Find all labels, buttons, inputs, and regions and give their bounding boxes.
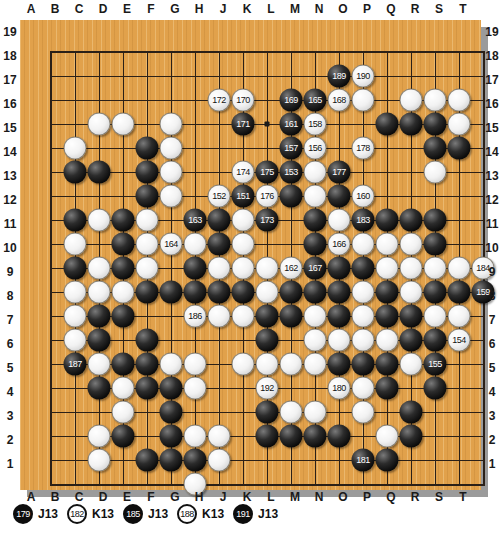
col-label-top-L: L: [267, 2, 274, 16]
stone-white-O18: 190: [352, 65, 375, 88]
move-number: 189: [332, 72, 346, 81]
stone-black-R16: [424, 113, 447, 136]
stone-white-M6: [304, 353, 327, 376]
caption-point-label: J13: [38, 507, 58, 521]
move-number: 177: [332, 168, 346, 177]
stone-white-S7: 154: [448, 329, 471, 352]
move-number: 174: [236, 168, 250, 177]
stone-white-K9: [256, 281, 279, 304]
stone-black-G12: 163: [184, 209, 207, 232]
stone-white-J12: [232, 209, 255, 232]
stone-white-P10: [376, 257, 399, 280]
stone-black-O6: [352, 353, 375, 376]
stone-black-L17: 169: [280, 89, 303, 112]
row-label-left-14: 14: [3, 145, 16, 159]
stone-white-B11: [64, 233, 87, 256]
col-label-bottom-M: M: [290, 490, 300, 504]
stone-black-O12: 183: [352, 209, 375, 232]
ko-moves-caption: 179J13182K13185J13188K13191J13: [13, 502, 278, 526]
stone-black-P2: [376, 449, 399, 472]
stone-white-H10: [208, 257, 231, 280]
row-label-left-9: 9: [7, 265, 14, 279]
stone-black-C14: [88, 161, 111, 184]
stone-black-H12: [208, 209, 231, 232]
move-number: 158: [308, 120, 322, 129]
stone-white-K5: 192: [256, 377, 279, 400]
col-label-bottom-Q: Q: [386, 490, 395, 504]
stone-white-O7: [352, 329, 375, 352]
move-number: 170: [236, 96, 250, 105]
stone-black-H11: [208, 233, 231, 256]
stone-white-N7: [328, 329, 351, 352]
move-number: 173: [260, 216, 274, 225]
stone-white-B8: [64, 305, 87, 328]
stone-black-E14: [136, 161, 159, 184]
caption-stone-white-188: 188: [177, 504, 197, 524]
stone-black-L15: 157: [280, 137, 303, 160]
caption-entry-191: 191J13: [233, 504, 278, 524]
caption-point-label: J13: [148, 507, 168, 521]
stone-white-J10: [232, 257, 255, 280]
stone-black-R15: [424, 137, 447, 160]
move-number: 163: [188, 216, 202, 225]
stone-white-D9: [112, 281, 135, 304]
stone-white-N17: 168: [328, 89, 351, 112]
move-number: 162: [284, 264, 298, 273]
stone-black-F5: [160, 377, 183, 400]
stone-white-K6: [256, 353, 279, 376]
row-label-right-6: 6: [489, 337, 496, 351]
row-label-left-19: 19: [3, 25, 16, 39]
stone-black-R9: [424, 281, 447, 304]
move-number: 190: [356, 72, 370, 81]
col-label-top-J: J: [220, 2, 227, 16]
stone-white-P11: [376, 233, 399, 256]
stone-black-F4: [160, 401, 183, 424]
col-label-top-E: E: [123, 2, 131, 16]
stone-black-D10: [112, 257, 135, 280]
stone-white-H13: 152: [208, 185, 231, 208]
move-number: 164: [164, 240, 178, 249]
board-grid: 1891901721701691651681711611581571561781…: [51, 52, 484, 485]
stone-white-K10: [256, 257, 279, 280]
stone-white-R8: [424, 305, 447, 328]
stone-black-Q4: [400, 401, 423, 424]
stone-white-F16: [160, 113, 183, 136]
row-label-right-8: 8: [489, 289, 496, 303]
stone-black-P12: [376, 209, 399, 232]
stone-black-O2: 181: [352, 449, 375, 472]
move-number: 183: [356, 216, 370, 225]
move-number: 187: [68, 360, 82, 369]
row-label-right-3: 3: [489, 409, 496, 423]
row-label-left-4: 4: [7, 385, 14, 399]
row-label-left-6: 6: [7, 337, 14, 351]
caption-stone-black-179: 179: [13, 504, 33, 524]
stone-white-J14: 174: [232, 161, 255, 184]
move-number: 154: [452, 336, 466, 345]
stone-black-N9: [328, 281, 351, 304]
col-label-bottom-O: O: [338, 490, 347, 504]
stone-white-P3: [376, 425, 399, 448]
stone-black-B10: [64, 257, 87, 280]
stone-black-P6: [376, 353, 399, 376]
stone-white-S8: [448, 305, 471, 328]
stone-white-Q10: [400, 257, 423, 280]
stone-white-B15: [64, 137, 87, 160]
stone-black-C8: [88, 305, 111, 328]
move-number: 161: [284, 120, 298, 129]
stone-white-C3: [88, 425, 111, 448]
stone-black-G9: [184, 281, 207, 304]
stone-black-L14: 153: [280, 161, 303, 184]
stone-white-Q9: [400, 281, 423, 304]
stone-white-F13: [160, 185, 183, 208]
stone-white-B9: [64, 281, 87, 304]
stone-black-Q16: [400, 113, 423, 136]
move-number: 157: [284, 144, 298, 153]
stone-black-L3: [280, 425, 303, 448]
row-label-left-15: 15: [3, 121, 16, 135]
stone-black-R7: [424, 329, 447, 352]
stone-white-F11: 164: [160, 233, 183, 256]
stone-black-K4: [256, 401, 279, 424]
stone-black-Q7: [400, 329, 423, 352]
col-label-top-N: N: [315, 2, 324, 16]
stone-white-B7: [64, 329, 87, 352]
stone-black-G2: [184, 449, 207, 472]
stone-black-R5: [424, 377, 447, 400]
stone-white-E11: [136, 233, 159, 256]
row-label-left-5: 5: [7, 361, 14, 375]
stone-black-M12: [304, 209, 327, 232]
row-label-left-17: 17: [3, 73, 16, 87]
stone-black-D8: [112, 305, 135, 328]
stone-white-R17: [424, 89, 447, 112]
stone-white-C2: [88, 449, 111, 472]
stone-white-N12: [328, 209, 351, 232]
stone-white-H17: 172: [208, 89, 231, 112]
row-label-left-18: 18: [3, 49, 16, 63]
move-number: 167: [308, 264, 322, 273]
stone-white-C9: [88, 281, 111, 304]
stone-black-N14: 177: [328, 161, 351, 184]
row-label-right-7: 7: [489, 313, 496, 327]
row-label-right-13: 13: [485, 169, 498, 183]
stone-white-R14: [424, 161, 447, 184]
row-label-right-4: 4: [489, 385, 496, 399]
col-label-top-F: F: [147, 2, 154, 16]
stone-black-S15: [448, 137, 471, 160]
stone-black-C5: [88, 377, 111, 400]
caption-entry-185: 185J13: [123, 504, 168, 524]
col-label-top-M: M: [290, 2, 300, 16]
stone-white-L6: [280, 353, 303, 376]
col-label-top-B: B: [51, 2, 60, 16]
stone-black-N8: [328, 305, 351, 328]
stone-white-M8: [304, 305, 327, 328]
stone-white-F15: [160, 137, 183, 160]
stone-black-L13: [280, 185, 303, 208]
stone-black-B6: 187: [64, 353, 87, 376]
caption-stone-black-185: 185: [123, 504, 143, 524]
stone-white-M16: 158: [304, 113, 327, 136]
stone-black-K3: [256, 425, 279, 448]
col-label-top-K: K: [243, 2, 252, 16]
stone-white-J6: [232, 353, 255, 376]
row-label-right-19: 19: [485, 25, 498, 39]
stone-black-N3: [328, 425, 351, 448]
row-label-left-3: 3: [7, 409, 14, 423]
stone-white-F14: [160, 161, 183, 184]
stone-white-O4: [352, 401, 375, 424]
stone-black-R11: [424, 233, 447, 256]
row-label-right-12: 12: [485, 193, 498, 207]
stone-white-O13: 160: [352, 185, 375, 208]
stone-white-F6: [160, 353, 183, 376]
row-label-left-16: 16: [3, 97, 16, 111]
stone-black-E6: [136, 353, 159, 376]
move-number: 172: [212, 96, 226, 105]
stone-white-J8: [232, 305, 255, 328]
col-label-bottom-R: R: [411, 490, 420, 504]
move-number: 175: [260, 168, 274, 177]
stone-black-M10: 167: [304, 257, 327, 280]
stone-white-D5: [112, 377, 135, 400]
col-label-bottom-S: S: [435, 490, 443, 504]
row-label-left-11: 11: [4, 217, 17, 231]
row-label-right-18: 18: [485, 49, 498, 63]
row-label-right-16: 16: [485, 97, 498, 111]
stone-white-Q6: [400, 353, 423, 376]
stone-black-S9: [448, 281, 471, 304]
caption-entry-188: 188K13: [177, 504, 224, 524]
move-number: 176: [260, 192, 274, 201]
stone-black-F9: [160, 281, 183, 304]
stone-black-C7: [88, 329, 111, 352]
stone-white-M14: [304, 161, 327, 184]
stone-black-G10: [184, 257, 207, 280]
stone-white-C16: [88, 113, 111, 136]
go-kifu-diagram: 1891901721701691651681711611581571561781…: [0, 0, 500, 537]
row-label-right-17: 17: [485, 73, 498, 87]
col-label-top-C: C: [75, 2, 84, 16]
stone-black-R6: 155: [424, 353, 447, 376]
stone-black-K12: 173: [256, 209, 279, 232]
stone-black-D11: [112, 233, 135, 256]
row-label-right-5: 5: [489, 361, 496, 375]
stone-black-L9: [280, 281, 303, 304]
stone-black-E7: [136, 329, 159, 352]
stone-black-Q8: [400, 305, 423, 328]
stone-black-D3: [112, 425, 135, 448]
stone-white-O5: [352, 377, 375, 400]
stone-black-P5: [376, 377, 399, 400]
stone-white-G6: [184, 353, 207, 376]
stone-white-G11: [184, 233, 207, 256]
col-label-bottom-N: N: [315, 490, 324, 504]
stone-white-S16: [448, 113, 471, 136]
row-label-left-7: 7: [7, 313, 14, 327]
caption-point-label: K13: [202, 507, 224, 521]
move-number: 160: [356, 192, 370, 201]
stone-black-Q3: [400, 425, 423, 448]
row-label-right-9: 9: [489, 265, 496, 279]
col-label-top-H: H: [195, 2, 204, 16]
stone-black-E9: [136, 281, 159, 304]
stone-black-L8: [280, 305, 303, 328]
move-number: 186: [188, 312, 202, 321]
stone-black-B12: [64, 209, 87, 232]
stone-white-C12: [88, 209, 111, 232]
col-label-top-P: P: [363, 2, 371, 16]
stone-black-N10: [328, 257, 351, 280]
stone-white-G8: 186: [184, 305, 207, 328]
stone-white-H8: [208, 305, 231, 328]
stone-white-L10: 162: [280, 257, 303, 280]
col-label-top-G: G: [170, 2, 179, 16]
stone-black-O10: [352, 257, 375, 280]
stone-black-E13: [136, 185, 159, 208]
stone-white-N11: 166: [328, 233, 351, 256]
stone-white-E10: [136, 257, 159, 280]
stone-white-N5: 180: [328, 377, 351, 400]
stone-white-P7: [376, 329, 399, 352]
stone-white-K13: 176: [256, 185, 279, 208]
stone-black-D12: [112, 209, 135, 232]
star-point-K16: [265, 122, 270, 127]
stone-black-N13: [328, 185, 351, 208]
move-number: 151: [236, 192, 250, 201]
caption-point-label: J13: [258, 507, 278, 521]
stone-black-M9: [304, 281, 327, 304]
col-label-top-O: O: [338, 2, 347, 16]
move-number: 171: [236, 120, 250, 129]
stone-black-H9: [208, 281, 231, 304]
row-label-right-10: 10: [485, 241, 498, 255]
move-number: 156: [308, 144, 322, 153]
row-label-left-8: 8: [7, 289, 14, 303]
stone-white-C10: [88, 257, 111, 280]
row-label-left-13: 13: [3, 169, 16, 183]
caption-point-label: K13: [92, 507, 114, 521]
stone-black-P9: [376, 281, 399, 304]
stone-white-J11: [232, 233, 255, 256]
row-label-left-1: 1: [7, 457, 14, 471]
stone-black-N18: 189: [328, 65, 351, 88]
col-label-top-Q: Q: [386, 2, 395, 16]
caption-stone-black-191: 191: [233, 504, 253, 524]
col-label-top-R: R: [411, 2, 420, 16]
stone-black-J16: 171: [232, 113, 255, 136]
stone-white-C6: [88, 353, 111, 376]
col-label-top-S: S: [435, 2, 443, 16]
stone-white-O8: [352, 305, 375, 328]
move-number: 153: [284, 168, 298, 177]
stone-black-E2: [136, 449, 159, 472]
move-number: 180: [332, 384, 346, 393]
stone-white-D4: [112, 401, 135, 424]
stone-white-H3: [208, 425, 231, 448]
stone-white-M4: [304, 401, 327, 424]
row-label-right-11: 11: [486, 217, 499, 231]
stone-white-J17: 170: [232, 89, 255, 112]
stone-white-G3: [184, 425, 207, 448]
stone-white-O15: 178: [352, 137, 375, 160]
stone-white-S17: [448, 89, 471, 112]
move-number: 181: [356, 456, 370, 465]
stone-black-F2: [160, 449, 183, 472]
stone-black-R12: [424, 209, 447, 232]
stone-black-D6: [112, 353, 135, 376]
col-label-top-D: D: [99, 2, 108, 16]
col-label-bottom-P: P: [363, 490, 371, 504]
move-number: 168: [332, 96, 346, 105]
row-label-left-2: 2: [7, 433, 14, 447]
stone-black-M3: [304, 425, 327, 448]
stone-black-J13: 151: [232, 185, 255, 208]
stone-white-O17: [352, 89, 375, 112]
stone-black-K14: 175: [256, 161, 279, 184]
row-label-left-12: 12: [3, 193, 16, 207]
stone-white-L4: [280, 401, 303, 424]
stone-black-M11: [304, 233, 327, 256]
stone-black-E15: [136, 137, 159, 160]
stone-white-O11: [352, 233, 375, 256]
move-number: 166: [332, 240, 346, 249]
stone-white-Q17: [400, 89, 423, 112]
stone-white-Q11: [400, 233, 423, 256]
caption-stone-white-182: 182: [67, 504, 87, 524]
caption-entry-182: 182K13: [67, 504, 114, 524]
stone-black-N6: [328, 353, 351, 376]
col-label-bottom-T: T: [459, 490, 466, 504]
move-number: 192: [260, 384, 274, 393]
stone-white-E12: [136, 209, 159, 232]
stone-black-L16: 161: [280, 113, 303, 136]
move-number: 152: [212, 192, 226, 201]
row-label-right-15: 15: [485, 121, 498, 135]
stone-black-P8: [376, 305, 399, 328]
stone-black-B14: [64, 161, 87, 184]
stone-black-E5: [136, 377, 159, 400]
stone-white-G5: [184, 377, 207, 400]
stone-black-J9: [232, 281, 255, 304]
stone-black-M17: 165: [304, 89, 327, 112]
stone-white-O9: [352, 281, 375, 304]
move-number: 178: [356, 144, 370, 153]
caption-entry-179: 179J13: [13, 504, 58, 524]
stone-black-K8: [256, 305, 279, 328]
col-label-top-A: A: [27, 2, 36, 16]
move-number: 155: [428, 360, 442, 369]
row-label-right-14: 14: [485, 145, 498, 159]
move-number: 165: [308, 96, 322, 105]
stone-black-Q12: [400, 209, 423, 232]
row-label-right-2: 2: [489, 433, 496, 447]
move-number: 169: [284, 96, 298, 105]
goban: 1891901721701691651681711611581571561781…: [20, 20, 481, 490]
stone-white-R10: [424, 257, 447, 280]
stone-black-F3: [160, 425, 183, 448]
stone-white-M13: [304, 185, 327, 208]
row-label-right-1: 1: [489, 457, 496, 471]
stone-white-D16: [112, 113, 135, 136]
row-label-left-10: 10: [3, 241, 16, 255]
col-label-top-T: T: [459, 2, 466, 16]
stone-white-H2: [208, 449, 231, 472]
stone-white-M15: 156: [304, 137, 327, 160]
